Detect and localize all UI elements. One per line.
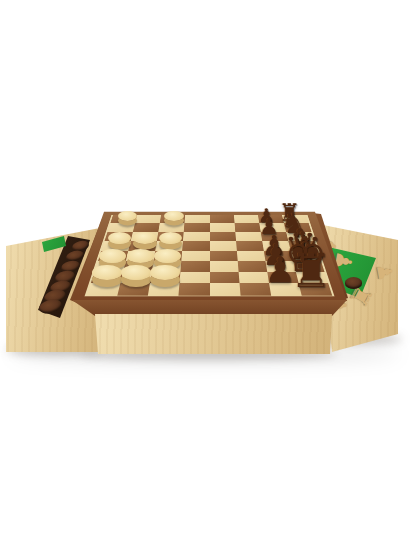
square-c8 [160, 215, 185, 223]
square-g7 [259, 223, 286, 232]
square-h5 [288, 241, 317, 251]
square-f8 [234, 215, 259, 223]
square-h1 [299, 283, 333, 295]
square-c6 [157, 232, 184, 241]
product-photo-scene: ♟♟♟♟♜ ♟♟♟♟♟♜♞♝♛♚♜ [0, 0, 415, 540]
square-d4 [182, 251, 210, 261]
square-h3 [293, 261, 324, 272]
square-d3 [181, 261, 210, 272]
board-3d-wrapper [72, 212, 347, 301]
square-b2 [120, 272, 152, 284]
square-b5 [128, 241, 157, 251]
square-f4 [237, 251, 266, 261]
square-d2 [180, 272, 210, 284]
square-b8 [135, 215, 161, 223]
square-e1 [210, 283, 241, 295]
square-a3 [95, 261, 126, 272]
square-h8 [282, 215, 309, 223]
square-f7 [234, 223, 260, 232]
square-d6 [183, 232, 209, 241]
square-h7 [284, 223, 312, 232]
square-c2 [150, 272, 181, 284]
square-f1 [239, 283, 271, 295]
square-b7 [133, 223, 160, 232]
square-e4 [210, 251, 238, 261]
square-a2 [91, 272, 124, 284]
square-b3 [123, 261, 154, 272]
square-b4 [126, 251, 156, 261]
square-f3 [237, 261, 267, 272]
square-e3 [210, 261, 239, 272]
square-c3 [152, 261, 182, 272]
square-a7 [108, 223, 136, 232]
square-f2 [238, 272, 269, 284]
square-d1 [179, 283, 210, 295]
box-front-face [93, 314, 334, 356]
square-e2 [210, 272, 240, 284]
square-g5 [262, 241, 291, 251]
square-d5 [182, 241, 209, 251]
square-h2 [296, 272, 329, 284]
square-g6 [260, 232, 288, 241]
square-d8 [185, 215, 210, 223]
square-a5 [101, 241, 130, 251]
board-grid [87, 215, 332, 295]
square-a1 [87, 283, 121, 295]
square-c5 [155, 241, 183, 251]
dark-checker-in-drawer [37, 298, 63, 316]
square-c1 [148, 283, 180, 295]
square-e7 [210, 223, 235, 232]
square-g4 [264, 251, 294, 261]
square-a4 [98, 251, 128, 261]
square-h6 [286, 232, 314, 241]
square-c4 [154, 251, 183, 261]
square-e5 [210, 241, 237, 251]
square-b1 [117, 283, 150, 295]
square-g1 [269, 283, 302, 295]
square-e8 [210, 215, 235, 223]
square-d7 [184, 223, 209, 232]
square-h4 [291, 251, 321, 261]
square-c7 [159, 223, 185, 232]
square-f6 [235, 232, 262, 241]
square-f5 [236, 241, 264, 251]
square-g2 [267, 272, 299, 284]
board-frame [72, 212, 347, 301]
square-a8 [110, 215, 137, 223]
square-a6 [105, 232, 133, 241]
square-e6 [210, 232, 236, 241]
square-b6 [131, 232, 159, 241]
square-g8 [258, 215, 284, 223]
square-g3 [265, 261, 296, 272]
